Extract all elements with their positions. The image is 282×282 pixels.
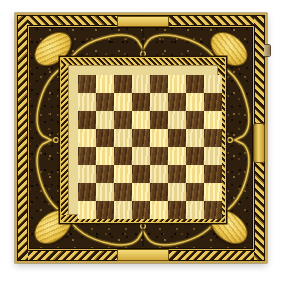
square-d3[interactable] [132, 165, 150, 183]
chess-grid [78, 75, 222, 219]
square-d8[interactable] [132, 75, 150, 93]
square-c4[interactable] [114, 147, 132, 165]
square-g7[interactable] [186, 93, 204, 111]
square-c8[interactable] [114, 75, 132, 93]
square-f2[interactable] [168, 183, 186, 201]
square-d1[interactable] [132, 201, 150, 219]
square-b8[interactable] [96, 75, 114, 93]
square-f3[interactable] [168, 165, 186, 183]
square-g1[interactable] [186, 201, 204, 219]
square-e3[interactable] [150, 165, 168, 183]
square-c3[interactable] [114, 165, 132, 183]
square-f1[interactable] [168, 201, 186, 219]
square-e8[interactable] [150, 75, 168, 93]
square-d6[interactable] [132, 111, 150, 129]
square-b3[interactable] [96, 165, 114, 183]
square-h1[interactable] [204, 201, 222, 219]
square-g3[interactable] [186, 165, 204, 183]
square-e5[interactable] [150, 129, 168, 147]
square-a8[interactable] [78, 75, 96, 93]
square-e1[interactable] [150, 201, 168, 219]
square-e2[interactable] [150, 183, 168, 201]
chessboard-margin [68, 65, 218, 215]
square-b7[interactable] [96, 93, 114, 111]
brass-latch [254, 124, 264, 162]
square-c1[interactable] [114, 201, 132, 219]
chessboard-rope-border-left [61, 65, 68, 215]
square-d4[interactable] [132, 147, 150, 165]
square-a3[interactable] [78, 165, 96, 183]
square-f6[interactable] [168, 111, 186, 129]
square-b2[interactable] [96, 183, 114, 201]
square-h5[interactable] [204, 129, 222, 147]
square-b6[interactable] [96, 111, 114, 129]
square-c6[interactable] [114, 111, 132, 129]
square-a7[interactable] [78, 93, 96, 111]
square-e6[interactable] [150, 111, 168, 129]
square-h6[interactable] [204, 111, 222, 129]
square-h2[interactable] [204, 183, 222, 201]
chessboard-rope-border-top [61, 58, 225, 65]
square-h4[interactable] [204, 147, 222, 165]
square-a6[interactable] [78, 111, 96, 129]
square-e7[interactable] [150, 93, 168, 111]
square-e4[interactable] [150, 147, 168, 165]
chessboard [61, 58, 225, 222]
square-c5[interactable] [114, 129, 132, 147]
square-g2[interactable] [186, 183, 204, 201]
square-a2[interactable] [78, 183, 96, 201]
square-f8[interactable] [168, 75, 186, 93]
square-h7[interactable] [204, 93, 222, 111]
square-b1[interactable] [96, 201, 114, 219]
square-d7[interactable] [132, 93, 150, 111]
square-h8[interactable] [204, 75, 222, 93]
square-a4[interactable] [78, 147, 96, 165]
square-h3[interactable] [204, 165, 222, 183]
square-b4[interactable] [96, 147, 114, 165]
square-b5[interactable] [96, 129, 114, 147]
square-d5[interactable] [132, 129, 150, 147]
square-g4[interactable] [186, 147, 204, 165]
hinge-plate-bottom [118, 250, 168, 260]
square-f4[interactable] [168, 147, 186, 165]
game-board [15, 13, 267, 263]
square-c7[interactable] [114, 93, 132, 111]
square-a5[interactable] [78, 129, 96, 147]
square-c2[interactable] [114, 183, 132, 201]
square-g5[interactable] [186, 129, 204, 147]
square-f7[interactable] [168, 93, 186, 111]
square-f5[interactable] [168, 129, 186, 147]
hinge-plate-top [118, 17, 168, 27]
square-d2[interactable] [132, 183, 150, 201]
square-g6[interactable] [186, 111, 204, 129]
square-g8[interactable] [186, 75, 204, 93]
square-a1[interactable] [78, 201, 96, 219]
